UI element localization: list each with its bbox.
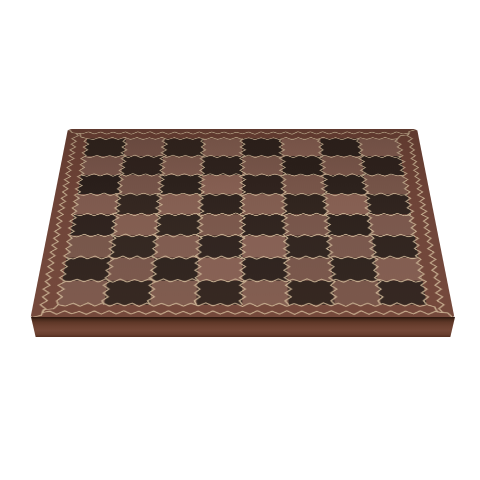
product-photo-scene bbox=[0, 0, 480, 480]
lighting-overlay bbox=[30, 129, 454, 318]
chess-board bbox=[30, 129, 454, 318]
chess-board-top-face bbox=[30, 129, 454, 318]
chess-board-front-edge bbox=[31, 317, 455, 337]
